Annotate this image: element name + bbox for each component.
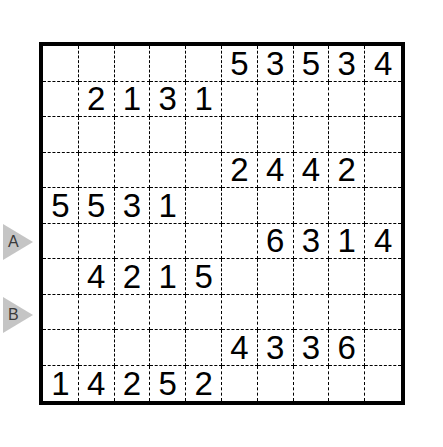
grid-cell-r4c7[interactable]: 4: [258, 153, 294, 189]
grid-cell-r9c9[interactable]: 6: [329, 330, 365, 366]
grid-cell-r6c3[interactable]: [115, 224, 151, 260]
grid-cell-r2c2[interactable]: 2: [79, 82, 115, 118]
grid-cell-r6c4[interactable]: [150, 224, 186, 260]
puzzle-board: 5353421312442553163144215433614252: [39, 42, 405, 405]
grid-cell-r1c4[interactable]: [150, 46, 186, 82]
grid-cell-r3c9[interactable]: [329, 117, 365, 153]
grid-cell-r7c6[interactable]: [222, 259, 258, 295]
grid-cell-r4c2[interactable]: [79, 153, 115, 189]
grid-cell-r5c6[interactable]: [222, 188, 258, 224]
grid-cell-r7c7[interactable]: [258, 259, 294, 295]
clue-number: 1: [159, 189, 177, 222]
grid-cell-r5c8[interactable]: [294, 188, 330, 224]
grid-cell-r8c10[interactable]: [365, 295, 401, 331]
grid-cell-r9c6[interactable]: 4: [222, 330, 258, 366]
grid-cell-r9c8[interactable]: 3: [294, 330, 330, 366]
grid-cell-r9c5[interactable]: [186, 330, 222, 366]
grid-cell-r7c10[interactable]: [365, 259, 401, 295]
grid-cell-r7c5[interactable]: 5: [186, 259, 222, 295]
clue-number: 6: [338, 331, 356, 364]
clue-number: 4: [230, 331, 248, 364]
grid-cell-r3c8[interactable]: [294, 117, 330, 153]
puzzle-canvas: 5353421312442553163144215433614252 A B: [0, 0, 443, 447]
grid-cell-r2c8[interactable]: [294, 82, 330, 118]
grid-cell-r1c8[interactable]: 5: [294, 46, 330, 82]
grid-cell-r8c1[interactable]: [43, 295, 79, 331]
clue-number: 1: [338, 224, 356, 257]
grid-cell-r8c4[interactable]: [150, 295, 186, 331]
clue-number: 3: [123, 189, 141, 222]
grid-cell-r3c2[interactable]: [79, 117, 115, 153]
grid-cell-r9c1[interactable]: [43, 330, 79, 366]
clue-number: 2: [194, 367, 212, 400]
grid-cell-r8c8[interactable]: [294, 295, 330, 331]
grid-cell-r1c10[interactable]: 4: [365, 46, 401, 82]
grid-cell-r1c3[interactable]: [115, 46, 151, 82]
grid-cell-r10c5[interactable]: 2: [186, 366, 222, 402]
clue-number: 5: [230, 47, 248, 80]
clue-number: 2: [230, 153, 248, 186]
clue-number: 3: [266, 47, 284, 80]
grid-cell-r2c10[interactable]: [365, 82, 401, 118]
grid-cell-r6c1[interactable]: [43, 224, 79, 260]
clue-number: 4: [374, 47, 392, 80]
grid-cell-r2c7[interactable]: [258, 82, 294, 118]
grid-cell-r6c6[interactable]: [222, 224, 258, 260]
answer-marker-a: A: [3, 224, 33, 260]
clue-number: 4: [87, 367, 105, 400]
grid-cell-r2c4[interactable]: 3: [150, 82, 186, 118]
grid-cell-r6c8[interactable]: 3: [294, 224, 330, 260]
grid-cell-r6c7[interactable]: 6: [258, 224, 294, 260]
grid-cell-r1c2[interactable]: [79, 46, 115, 82]
grid-cell-r7c4[interactable]: 1: [150, 259, 186, 295]
grid-cell-r4c6[interactable]: 2: [222, 153, 258, 189]
grid-cell-r7c2[interactable]: 4: [79, 259, 115, 295]
answer-marker-b: B: [3, 297, 33, 333]
clue-number: 5: [302, 47, 320, 80]
grid-cell-r10c2[interactable]: 4: [79, 366, 115, 402]
grid-cell-r5c9[interactable]: [329, 188, 365, 224]
clue-number: 2: [123, 367, 141, 400]
clue-number: 3: [302, 224, 320, 257]
grid-cell-r8c9[interactable]: [329, 295, 365, 331]
grid-cell-r7c8[interactable]: [294, 259, 330, 295]
grid-cell-r3c3[interactable]: [115, 117, 151, 153]
grid-cell-r1c1[interactable]: [43, 46, 79, 82]
grid-cell-r2c3[interactable]: 1: [115, 82, 151, 118]
clue-number: 5: [51, 189, 69, 222]
grid-cell-r5c3[interactable]: 3: [115, 188, 151, 224]
grid-cell-r9c7[interactable]: 3: [258, 330, 294, 366]
grid-cell-r4c4[interactable]: [150, 153, 186, 189]
grid-cell-r1c9[interactable]: 3: [329, 46, 365, 82]
clue-number: 3: [338, 47, 356, 80]
grid-cell-r3c10[interactable]: [365, 117, 401, 153]
clue-number: 1: [51, 367, 69, 400]
grid-cell-r4c1[interactable]: [43, 153, 79, 189]
grid-cell-r8c7[interactable]: [258, 295, 294, 331]
clue-number: 5: [159, 367, 177, 400]
grid-cell-r6c9[interactable]: 1: [329, 224, 365, 260]
clue-number: 2: [87, 82, 105, 115]
clue-number: 1: [159, 260, 177, 293]
answer-marker-a-label: A: [8, 233, 19, 251]
grid-cell-r6c5[interactable]: [186, 224, 222, 260]
grid-cell-r4c9[interactable]: 2: [329, 153, 365, 189]
grid-cell-r5c2[interactable]: 5: [79, 188, 115, 224]
grid-cell-r3c6[interactable]: [222, 117, 258, 153]
clue-number: 4: [87, 260, 105, 293]
clue-number: 4: [374, 224, 392, 257]
grid-cell-r10c1[interactable]: 1: [43, 366, 79, 402]
grid-cell-r10c10[interactable]: [365, 366, 401, 402]
clue-number: 2: [338, 153, 356, 186]
grid-cell-r5c1[interactable]: 5: [43, 188, 79, 224]
grid-cell-r8c5[interactable]: [186, 295, 222, 331]
grid-cell-r6c10[interactable]: 4: [365, 224, 401, 260]
grid-cell-r3c1[interactable]: [43, 117, 79, 153]
grid-cell-r5c7[interactable]: [258, 188, 294, 224]
clue-number: 6: [266, 224, 284, 257]
grid-cell-r3c4[interactable]: [150, 117, 186, 153]
grid-cell-r6c2[interactable]: [79, 224, 115, 260]
grid-cell-r5c10[interactable]: [365, 188, 401, 224]
grid-cell-r2c5[interactable]: 1: [186, 82, 222, 118]
grid-cell-r9c10[interactable]: [365, 330, 401, 366]
grid-cell-r10c3[interactable]: 2: [115, 366, 151, 402]
grid-cell-r4c10[interactable]: [365, 153, 401, 189]
clue-number: 3: [302, 331, 320, 364]
clue-number: 4: [302, 153, 320, 186]
clue-number: 5: [194, 260, 212, 293]
grid-cell-r7c9[interactable]: [329, 259, 365, 295]
grid-cell-r2c1[interactable]: [43, 82, 79, 118]
grid-cell-r2c9[interactable]: [329, 82, 365, 118]
grid-cell-r7c1[interactable]: [43, 259, 79, 295]
grid-cell-r4c8[interactable]: 4: [294, 153, 330, 189]
grid-cell-r1c6[interactable]: 5: [222, 46, 258, 82]
grid-cell-r8c3[interactable]: [115, 295, 151, 331]
grid-cell-r8c6[interactable]: [222, 295, 258, 331]
grid-cell-r10c9[interactable]: [329, 366, 365, 402]
clue-number: 3: [266, 331, 284, 364]
clue-number: 1: [123, 82, 141, 115]
grid-cell-r4c3[interactable]: [115, 153, 151, 189]
grid-cell-r9c4[interactable]: [150, 330, 186, 366]
clue-number: 2: [123, 260, 141, 293]
grid-cell-r10c4[interactable]: 5: [150, 366, 186, 402]
grid-cell-r7c3[interactable]: 2: [115, 259, 151, 295]
grid-cell-r10c7[interactable]: [258, 366, 294, 402]
grid-cell-r10c8[interactable]: [294, 366, 330, 402]
grid-cell-r8c2[interactable]: [79, 295, 115, 331]
grid-cell-r9c2[interactable]: [79, 330, 115, 366]
grid-cell-r2c6[interactable]: [222, 82, 258, 118]
grid-cell-r10c6[interactable]: [222, 366, 258, 402]
grid-cell-r9c3[interactable]: [115, 330, 151, 366]
grid-cell-r3c5[interactable]: [186, 117, 222, 153]
clue-number: 4: [266, 153, 284, 186]
grid-cell-r1c5[interactable]: [186, 46, 222, 82]
clue-number: 1: [194, 82, 212, 115]
clue-number: 3: [159, 82, 177, 115]
grid-cell-r1c7[interactable]: 3: [258, 46, 294, 82]
grid-cell-r5c5[interactable]: [186, 188, 222, 224]
answer-marker-b-label: B: [8, 306, 19, 324]
grid-cell-r4c5[interactable]: [186, 153, 222, 189]
clue-number: 5: [87, 189, 105, 222]
grid-cell-r3c7[interactable]: [258, 117, 294, 153]
grid-cell-r5c4[interactable]: 1: [150, 188, 186, 224]
